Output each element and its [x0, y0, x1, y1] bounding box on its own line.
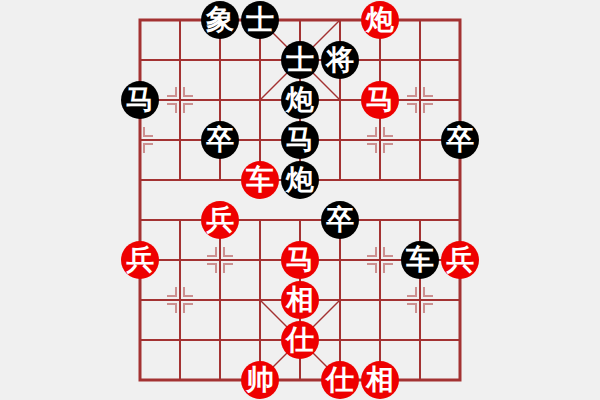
piece-red-pawn[interactable]: 兵 [201, 201, 239, 239]
piece-red-horse[interactable]: 马 [281, 241, 319, 279]
piece-red-elephant[interactable]: 相 [281, 281, 319, 319]
piece-red-advisor[interactable]: 仕 [281, 321, 319, 359]
piece-red-pawn[interactable]: 兵 [121, 241, 159, 279]
piece-black-advisor[interactable]: 士 [241, 1, 279, 39]
piece-black-cannon[interactable]: 炮 [281, 161, 319, 199]
piece-red-pawn[interactable]: 兵 [441, 241, 479, 279]
piece-red-horse[interactable]: 马 [361, 81, 399, 119]
piece-black-cannon[interactable]: 炮 [281, 81, 319, 119]
piece-black-advisor[interactable]: 士 [281, 41, 319, 79]
piece-red-elephant[interactable]: 相 [361, 361, 399, 399]
piece-black-pawn[interactable]: 卒 [321, 201, 359, 239]
piece-red-advisor[interactable]: 仕 [321, 361, 359, 399]
piece-black-king[interactable]: 将 [321, 41, 359, 79]
xiangqi-board: 象士炮士将马炮马卒马卒车炮兵卒兵马车兵相仕帅仕相 [0, 0, 600, 400]
piece-red-cannon[interactable]: 炮 [361, 1, 399, 39]
piece-black-chariot[interactable]: 车 [401, 241, 439, 279]
piece-red-chariot[interactable]: 车 [241, 161, 279, 199]
piece-black-horse[interactable]: 马 [121, 81, 159, 119]
piece-black-elephant[interactable]: 象 [201, 1, 239, 39]
piece-red-king[interactable]: 帅 [241, 361, 279, 399]
piece-black-pawn[interactable]: 卒 [201, 121, 239, 159]
piece-black-horse[interactable]: 马 [281, 121, 319, 159]
piece-black-pawn[interactable]: 卒 [441, 121, 479, 159]
